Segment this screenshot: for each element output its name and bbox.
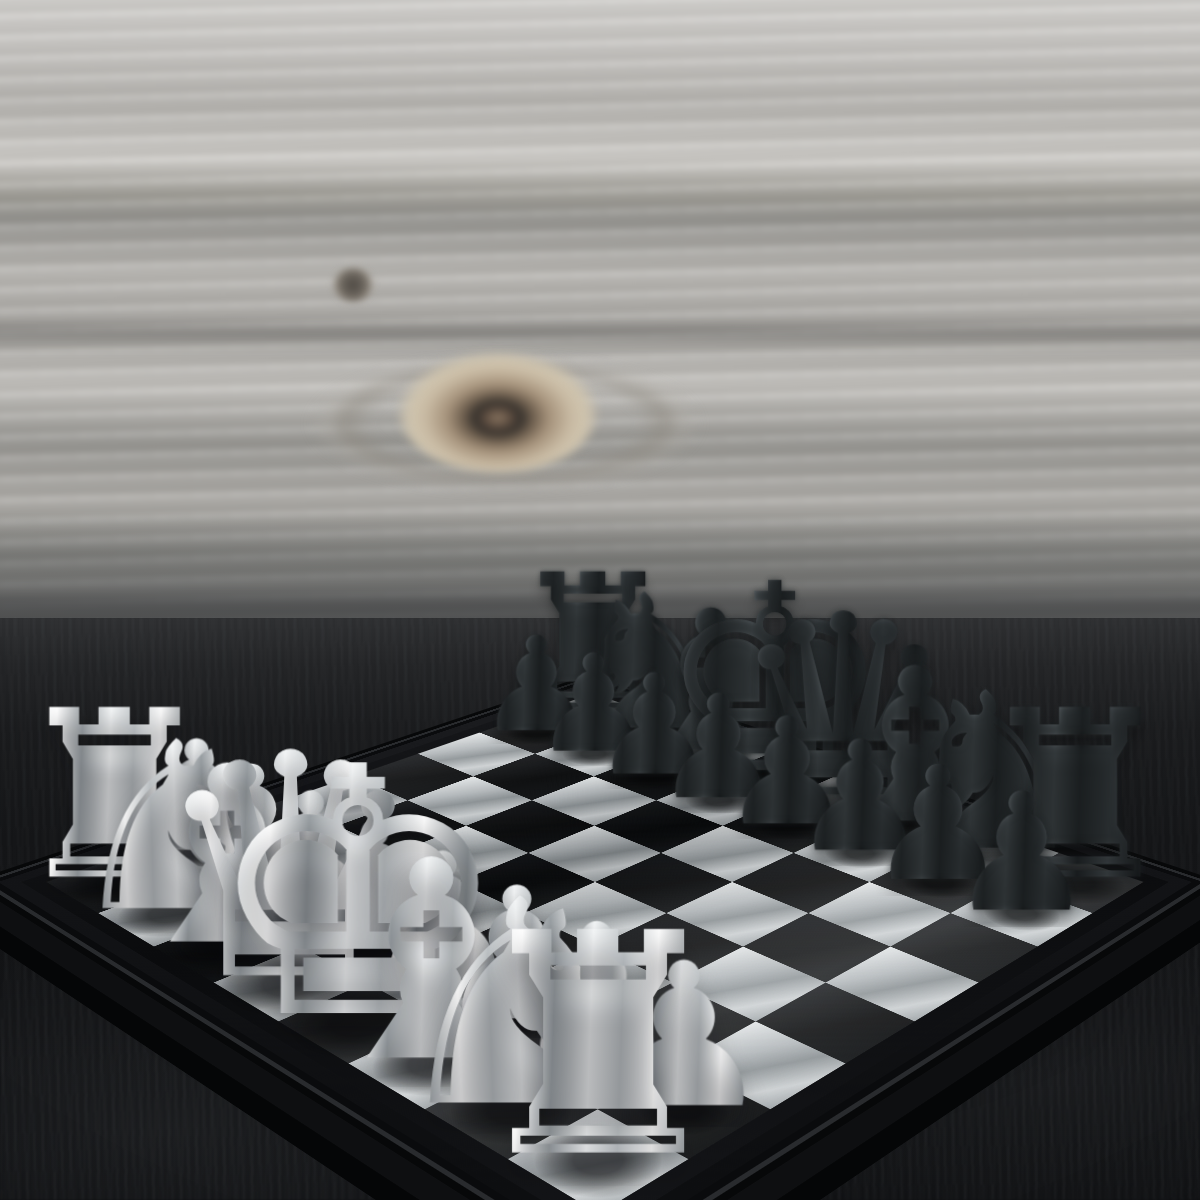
black-pawn-glyph: ♟ [948, 771, 1095, 935]
board-3d-scene: ♜♞♝♛♚♝♞♜♟♟♟♟♟♟♟♟♟♟♟♟♟♟♟♟♜♞♝♚♛♝♞♜ [0, 0, 1200, 1200]
chess-set-product-photo: ♜♞♝♛♚♝♞♜♟♟♟♟♟♟♟♟♟♟♟♟♟♟♟♟♜♞♝♚♛♝♞♜ [0, 0, 1200, 1200]
white-rook-glyph: ♜ [461, 893, 735, 1199]
piece-layer: ♜♞♝♛♚♝♞♜♟♟♟♟♟♟♟♟♟♟♟♟♟♟♟♟♜♞♝♚♛♝♞♜ [46, 693, 1143, 1200]
